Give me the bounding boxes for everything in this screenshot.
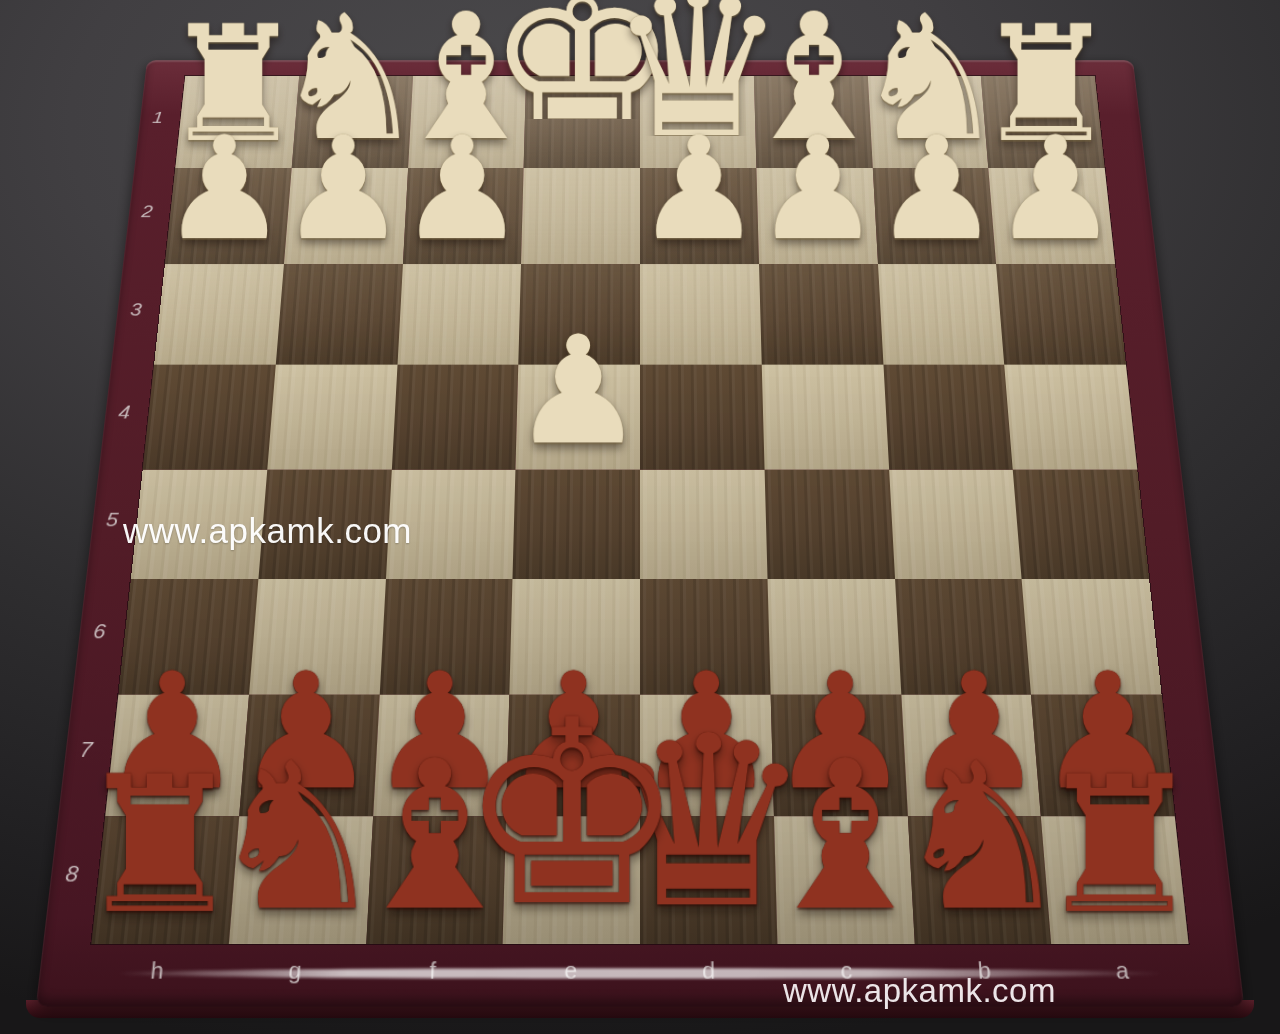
red-rook-h8[interactable]: ♜ [76,756,245,935]
square-c2[interactable]: ♟ [756,168,877,264]
watermark-bottom: www.apkamk.com [783,972,1056,1010]
square-e8[interactable]: ♚ [503,816,640,944]
square-b4[interactable] [883,364,1013,469]
white-pawn-c2[interactable]: ♟ [754,121,882,257]
square-b8[interactable]: ♞ [907,816,1051,944]
square-d3[interactable] [640,264,761,364]
rank-label-2: 2 [130,201,164,221]
watermark-mid: www.apkamk.com [123,511,412,551]
square-d4[interactable] [640,364,764,469]
rank-label-3: 3 [118,299,153,320]
rank-label-6: 6 [80,619,118,643]
square-e2[interactable] [521,168,640,264]
square-h8[interactable]: ♜ [91,816,238,944]
square-c4[interactable] [761,364,888,469]
white-pawn-d2[interactable]: ♟ [635,121,763,257]
rank-label-4: 4 [106,401,142,423]
square-b5[interactable] [889,469,1022,579]
red-king-e8[interactable]: ♚ [457,693,685,935]
square-f4[interactable] [391,364,518,469]
white-pawn-g2[interactable]: ♟ [279,121,407,257]
square-c3[interactable] [759,264,883,364]
square-h4[interactable] [143,364,276,469]
square-d5[interactable] [640,469,767,579]
white-pawn-f2[interactable]: ♟ [398,121,526,257]
square-f2[interactable]: ♟ [402,168,523,264]
square-g4[interactable] [267,364,397,469]
white-pawn-e4[interactable]: ♟ [511,320,645,462]
square-a5[interactable] [1013,469,1149,579]
square-a4[interactable] [1004,364,1137,469]
square-h3[interactable] [154,264,284,364]
square-g8[interactable]: ♞ [229,816,373,944]
square-c5[interactable] [764,469,894,579]
square-a3[interactable] [996,264,1126,364]
square-h2[interactable]: ♟ [165,168,292,264]
board-grid: ♜♞♝♚♛♝♞♜♟♟♟♟♟♟♟♟♟♟♟♟♟♟♟♟♜♞♝♚♛♝♞♜ [91,76,1188,944]
white-pawn-h2[interactable]: ♟ [161,121,289,257]
square-g2[interactable]: ♟ [284,168,408,264]
square-a2[interactable]: ♟ [989,168,1116,264]
square-g3[interactable] [276,264,403,364]
red-rook-a8[interactable]: ♜ [1035,756,1204,935]
square-e4[interactable]: ♟ [516,364,640,469]
square-e5[interactable] [513,469,640,579]
square-d2[interactable]: ♟ [640,168,759,264]
square-b2[interactable]: ♟ [872,168,996,264]
square-b3[interactable] [878,264,1005,364]
square-f3[interactable] [397,264,521,364]
white-pawn-a2[interactable]: ♟ [991,121,1119,257]
white-pawn-b2[interactable]: ♟ [873,121,1001,257]
square-a8[interactable]: ♜ [1041,816,1188,944]
